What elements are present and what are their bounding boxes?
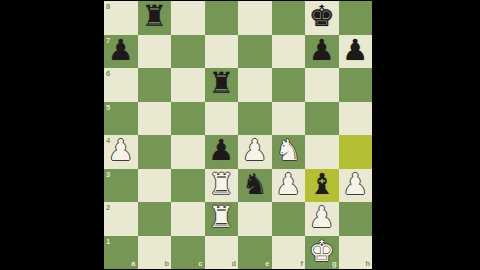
square-f4[interactable]: ♞ bbox=[272, 135, 306, 169]
file-label-b: b bbox=[164, 260, 169, 268]
square-c8[interactable] bbox=[171, 1, 205, 35]
white-pawn-icon[interactable]: ♟ bbox=[342, 170, 368, 199]
file-label-a: a bbox=[131, 260, 135, 268]
black-pawn-icon[interactable]: ♟ bbox=[108, 36, 134, 65]
white-pawn-icon[interactable]: ♟ bbox=[309, 203, 335, 232]
black-bishop-icon[interactable]: ♝ bbox=[309, 170, 335, 199]
file-label-e: e bbox=[265, 260, 269, 268]
square-c6[interactable] bbox=[171, 68, 205, 102]
black-rook-icon[interactable]: ♜ bbox=[208, 69, 234, 98]
square-h5[interactable] bbox=[339, 102, 373, 136]
square-c7[interactable] bbox=[171, 35, 205, 69]
square-g1[interactable]: g♚ bbox=[305, 236, 339, 270]
square-g5[interactable] bbox=[305, 102, 339, 136]
white-rook-icon[interactable]: ♜ bbox=[208, 203, 234, 232]
square-f3[interactable]: ♟ bbox=[272, 169, 306, 203]
square-g4[interactable] bbox=[305, 135, 339, 169]
square-e1[interactable]: e bbox=[238, 236, 272, 270]
square-h7[interactable]: ♟ bbox=[339, 35, 373, 69]
square-g2[interactable]: ♟ bbox=[305, 202, 339, 236]
white-pawn-icon[interactable]: ♟ bbox=[242, 136, 268, 165]
square-e6[interactable] bbox=[238, 68, 272, 102]
square-f2[interactable] bbox=[272, 202, 306, 236]
square-d4[interactable]: ♟ bbox=[205, 135, 239, 169]
white-rook-icon[interactable]: ♜ bbox=[208, 170, 234, 199]
square-b4[interactable] bbox=[138, 135, 172, 169]
chess-board: 8♜♚7♟♟♟6♜54♟♟♟♞3♜♞♟♝♟2♜♟1abcdefg♚h bbox=[104, 1, 372, 269]
square-e3[interactable]: ♞ bbox=[238, 169, 272, 203]
square-e4[interactable]: ♟ bbox=[238, 135, 272, 169]
file-label-f: f bbox=[301, 260, 304, 268]
file-label-c: c bbox=[198, 260, 202, 268]
file-label-d: d bbox=[231, 260, 236, 268]
rank-label-8: 8 bbox=[106, 3, 110, 11]
square-h4[interactable] bbox=[339, 135, 373, 169]
black-king-icon[interactable]: ♚ bbox=[309, 2, 335, 31]
square-b2[interactable] bbox=[138, 202, 172, 236]
square-d6[interactable]: ♜ bbox=[205, 68, 239, 102]
square-a7[interactable]: 7♟ bbox=[104, 35, 138, 69]
square-c3[interactable] bbox=[171, 169, 205, 203]
square-a5[interactable]: 5 bbox=[104, 102, 138, 136]
square-f6[interactable] bbox=[272, 68, 306, 102]
square-a8[interactable]: 8 bbox=[104, 1, 138, 35]
square-d3[interactable]: ♜ bbox=[205, 169, 239, 203]
square-h1[interactable]: h bbox=[339, 236, 373, 270]
letterbox-background: 8♜♚7♟♟♟6♜54♟♟♟♞3♜♞♟♝♟2♜♟1abcdefg♚h bbox=[0, 0, 480, 270]
square-b1[interactable]: b bbox=[138, 236, 172, 270]
square-f8[interactable] bbox=[272, 1, 306, 35]
rank-label-1: 1 bbox=[106, 238, 110, 246]
square-f7[interactable] bbox=[272, 35, 306, 69]
square-e7[interactable] bbox=[238, 35, 272, 69]
square-d2[interactable]: ♜ bbox=[205, 202, 239, 236]
square-h3[interactable]: ♟ bbox=[339, 169, 373, 203]
square-g6[interactable] bbox=[305, 68, 339, 102]
white-king-icon[interactable]: ♚ bbox=[309, 237, 335, 266]
square-c1[interactable]: c bbox=[171, 236, 205, 270]
square-a6[interactable]: 6 bbox=[104, 68, 138, 102]
black-pawn-icon[interactable]: ♟ bbox=[309, 36, 335, 65]
square-g3[interactable]: ♝ bbox=[305, 169, 339, 203]
square-b8[interactable]: ♜ bbox=[138, 1, 172, 35]
square-b6[interactable] bbox=[138, 68, 172, 102]
square-b3[interactable] bbox=[138, 169, 172, 203]
square-d7[interactable] bbox=[205, 35, 239, 69]
square-e2[interactable] bbox=[238, 202, 272, 236]
square-a2[interactable]: 2 bbox=[104, 202, 138, 236]
square-h2[interactable] bbox=[339, 202, 373, 236]
square-f5[interactable] bbox=[272, 102, 306, 136]
square-a3[interactable]: 3 bbox=[104, 169, 138, 203]
white-knight-icon[interactable]: ♞ bbox=[275, 136, 301, 165]
square-a4[interactable]: 4♟ bbox=[104, 135, 138, 169]
square-c5[interactable] bbox=[171, 102, 205, 136]
square-g7[interactable]: ♟ bbox=[305, 35, 339, 69]
rank-label-3: 3 bbox=[106, 171, 110, 179]
square-b5[interactable] bbox=[138, 102, 172, 136]
square-a1[interactable]: 1a bbox=[104, 236, 138, 270]
white-pawn-icon[interactable]: ♟ bbox=[275, 170, 301, 199]
square-g8[interactable]: ♚ bbox=[305, 1, 339, 35]
black-rook-icon[interactable]: ♜ bbox=[141, 2, 167, 31]
square-h6[interactable] bbox=[339, 68, 373, 102]
rank-label-2: 2 bbox=[106, 204, 110, 212]
square-d8[interactable] bbox=[205, 1, 239, 35]
file-label-h: h bbox=[365, 260, 370, 268]
black-pawn-icon[interactable]: ♟ bbox=[208, 136, 234, 165]
square-c2[interactable] bbox=[171, 202, 205, 236]
square-f1[interactable]: f bbox=[272, 236, 306, 270]
square-h8[interactable] bbox=[339, 1, 373, 35]
square-d5[interactable] bbox=[205, 102, 239, 136]
white-pawn-icon[interactable]: ♟ bbox=[108, 136, 134, 165]
black-pawn-icon[interactable]: ♟ bbox=[342, 36, 368, 65]
square-e5[interactable] bbox=[238, 102, 272, 136]
square-e8[interactable] bbox=[238, 1, 272, 35]
rank-label-6: 6 bbox=[106, 70, 110, 78]
black-knight-icon[interactable]: ♞ bbox=[242, 170, 268, 199]
square-d1[interactable]: d bbox=[205, 236, 239, 270]
square-b7[interactable] bbox=[138, 35, 172, 69]
rank-label-5: 5 bbox=[106, 104, 110, 112]
square-c4[interactable] bbox=[171, 135, 205, 169]
